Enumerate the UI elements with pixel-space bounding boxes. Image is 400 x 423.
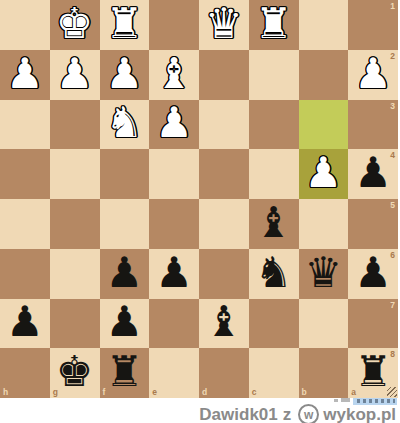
square-g1[interactable]: ♚ — [50, 0, 100, 50]
square-h6[interactable] — [0, 249, 50, 299]
square-d8[interactable]: d — [199, 348, 249, 398]
file-label-c: c — [252, 388, 257, 397]
black-pawn[interactable]: ♟ — [106, 252, 144, 294]
square-b3[interactable] — [299, 100, 349, 150]
watermark: Dawidk01 z w wykop.pl — [199, 404, 396, 423]
black-pawn[interactable]: ♟ — [354, 152, 392, 194]
square-e1[interactable] — [149, 0, 199, 50]
board-resize-handle-icon[interactable] — [387, 387, 397, 397]
white-pawn[interactable]: ♟ — [155, 102, 193, 144]
square-g7[interactable] — [50, 299, 100, 349]
square-d4[interactable] — [199, 149, 249, 199]
rank-label-4: 4 — [390, 151, 395, 160]
square-a4[interactable]: ♟4 — [348, 149, 398, 199]
rank-label-6: 6 — [390, 251, 395, 260]
square-g2[interactable]: ♟ — [50, 50, 100, 100]
black-knight[interactable]: ♞ — [255, 252, 293, 294]
black-rook[interactable]: ♜ — [106, 351, 144, 393]
square-e3[interactable]: ♟ — [149, 100, 199, 150]
square-d1[interactable]: ♛ — [199, 0, 249, 50]
square-c6[interactable]: ♞ — [249, 249, 299, 299]
black-pawn[interactable]: ♟ — [155, 252, 193, 294]
page-bottom-strip: Dawidk01 z w wykop.pl — [0, 398, 400, 423]
square-h8[interactable]: h — [0, 348, 50, 398]
square-c3[interactable] — [249, 100, 299, 150]
chess-board: ♚♜♛♜1♟♟♟♝♟2♞♟3♟♟4♝5♟♟♞♛♟6♟♟♝7h♚g♜fedcb♜8… — [0, 0, 398, 398]
watermark-author: Dawidk01 — [199, 405, 277, 423]
square-g8[interactable]: ♚g — [50, 348, 100, 398]
square-b8[interactable]: b — [299, 348, 349, 398]
file-label-f: f — [103, 388, 106, 397]
square-c5[interactable]: ♝ — [249, 199, 299, 249]
square-g3[interactable] — [50, 100, 100, 150]
square-e5[interactable] — [149, 199, 199, 249]
square-a5[interactable]: 5 — [348, 199, 398, 249]
square-b1[interactable] — [299, 0, 349, 50]
file-label-e: e — [152, 388, 157, 397]
square-a2[interactable]: ♟2 — [348, 50, 398, 100]
square-d3[interactable] — [199, 100, 249, 150]
square-h4[interactable] — [0, 149, 50, 199]
white-pawn[interactable]: ♟ — [354, 53, 392, 95]
square-h1[interactable] — [0, 0, 50, 50]
white-pawn[interactable]: ♟ — [56, 53, 94, 95]
watermark-site: wykop.pl — [323, 405, 396, 423]
rank-label-1: 1 — [390, 2, 395, 11]
square-d7[interactable]: ♝ — [199, 299, 249, 349]
black-king[interactable]: ♚ — [56, 351, 94, 393]
rank-label-7: 7 — [390, 301, 395, 310]
square-d2[interactable] — [199, 50, 249, 100]
square-b5[interactable] — [299, 199, 349, 249]
square-c4[interactable] — [249, 149, 299, 199]
square-h5[interactable] — [0, 199, 50, 249]
rank-label-3: 3 — [390, 102, 395, 111]
square-h3[interactable] — [0, 100, 50, 150]
square-e8[interactable]: e — [149, 348, 199, 398]
white-king[interactable]: ♚ — [56, 3, 94, 45]
white-rook[interactable]: ♜ — [106, 3, 144, 45]
watermark-separator: z — [283, 405, 292, 423]
black-bishop[interactable]: ♝ — [255, 202, 293, 244]
square-f4[interactable] — [100, 149, 150, 199]
square-f1[interactable]: ♜ — [100, 0, 150, 50]
chess-board-container: ♚♜♛♜1♟♟♟♝♟2♞♟3♟♟4♝5♟♟♞♛♟6♟♟♝7h♚g♜fedcb♜8… — [0, 0, 398, 398]
square-g4[interactable] — [50, 149, 100, 199]
cropped-glyph — [341, 398, 350, 402]
square-a3[interactable]: 3 — [348, 100, 398, 150]
square-c7[interactable] — [249, 299, 299, 349]
square-c8[interactable]: c — [249, 348, 299, 398]
file-label-a: a — [351, 388, 356, 397]
rank-label-5: 5 — [390, 201, 395, 210]
file-label-b: b — [302, 388, 307, 397]
square-a6[interactable]: ♟6 — [348, 249, 398, 299]
square-g6[interactable] — [50, 249, 100, 299]
white-bishop[interactable]: ♝ — [155, 53, 193, 95]
square-e2[interactable]: ♝ — [149, 50, 199, 100]
square-f8[interactable]: ♜f — [100, 348, 150, 398]
black-bishop[interactable]: ♝ — [205, 301, 243, 343]
white-rook[interactable]: ♜ — [255, 3, 293, 45]
square-d6[interactable] — [199, 249, 249, 299]
square-g5[interactable] — [50, 199, 100, 249]
file-label-g: g — [53, 388, 58, 397]
white-knight[interactable]: ♞ — [106, 102, 144, 144]
square-a1[interactable]: 1 — [348, 0, 398, 50]
square-c1[interactable]: ♜ — [249, 0, 299, 50]
square-e7[interactable] — [149, 299, 199, 349]
rank-label-8: 8 — [390, 350, 395, 359]
wykop-logo-icon: w — [298, 404, 319, 423]
square-e4[interactable] — [149, 149, 199, 199]
page: { "game": "chess", "position": { "fen": … — [0, 0, 400, 423]
square-f6[interactable]: ♟ — [100, 249, 150, 299]
square-b2[interactable] — [299, 50, 349, 100]
square-f2[interactable]: ♟ — [100, 50, 150, 100]
square-f5[interactable] — [100, 199, 150, 249]
white-pawn[interactable]: ♟ — [6, 53, 44, 95]
square-a7[interactable]: 7 — [348, 299, 398, 349]
white-pawn[interactable]: ♟ — [106, 53, 144, 95]
square-b6[interactable]: ♛ — [299, 249, 349, 299]
square-f3[interactable]: ♞ — [100, 100, 150, 150]
square-b7[interactable] — [299, 299, 349, 349]
square-b4[interactable]: ♟ — [299, 149, 349, 199]
file-label-d: d — [202, 388, 207, 397]
black-pawn[interactable]: ♟ — [6, 301, 44, 343]
square-h2[interactable]: ♟ — [0, 50, 50, 100]
rank-label-2: 2 — [390, 52, 395, 61]
cropped-glyph — [334, 399, 338, 402]
file-label-h: h — [3, 388, 8, 397]
black-pawn[interactable]: ♟ — [106, 301, 144, 343]
square-h7[interactable]: ♟ — [0, 299, 50, 349]
square-e6[interactable]: ♟ — [149, 249, 199, 299]
white-pawn[interactable]: ♟ — [305, 152, 343, 194]
square-c2[interactable] — [249, 50, 299, 100]
black-pawn[interactable]: ♟ — [354, 252, 392, 294]
white-queen[interactable]: ♛ — [205, 3, 243, 45]
black-queen[interactable]: ♛ — [305, 252, 343, 294]
square-d5[interactable] — [199, 199, 249, 249]
square-f7[interactable]: ♟ — [100, 299, 150, 349]
